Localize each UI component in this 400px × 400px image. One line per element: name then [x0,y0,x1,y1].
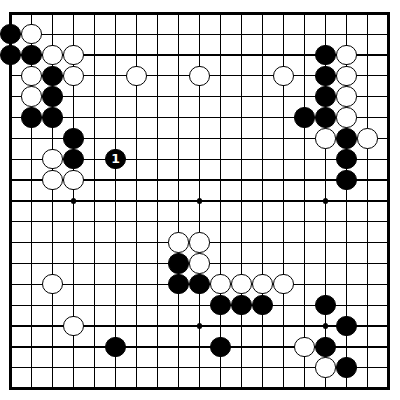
white-stone [273,274,293,294]
black-stone [210,295,230,315]
black-stone [336,316,356,336]
black-stone [315,45,335,65]
black-stone [21,107,41,127]
white-stone [189,232,209,252]
star-point [71,198,77,204]
board-intersections: 1 [0,3,399,399]
black-stone [168,253,188,273]
star-point [197,198,203,204]
black-stone [210,337,230,357]
white-stone [336,107,356,127]
black-stone [336,149,356,169]
black-stone [63,149,83,169]
white-stone [231,274,251,294]
white-stone [189,253,209,273]
white-stone [315,128,335,148]
white-stone [294,337,314,357]
go-diagram-page: 1 [0,0,400,400]
white-stone [21,66,41,86]
white-stone [63,45,83,65]
white-stone [168,232,188,252]
black-stone [315,66,335,86]
marked-stone-1: 1 [105,149,125,169]
white-stone [63,66,83,86]
white-stone [210,274,230,294]
black-stone [336,357,356,377]
black-stone [294,107,314,127]
black-stone [315,86,335,106]
black-stone [42,86,62,106]
star-point [197,323,203,329]
black-stone [315,295,335,315]
white-stone [42,274,62,294]
white-stone [126,66,146,86]
black-stone [105,337,125,357]
white-stone [315,357,335,377]
black-stone [336,128,356,148]
white-stone [42,45,62,65]
star-point [323,198,329,204]
move-number-label: 1 [111,152,120,165]
white-stone [336,66,356,86]
black-stone [252,295,272,315]
white-stone [21,86,41,106]
black-stone [336,170,356,190]
white-stone [252,274,272,294]
white-stone [336,86,356,106]
black-stone [168,274,188,294]
black-stone [42,66,62,86]
white-stone [189,66,209,86]
black-stone [0,24,20,44]
white-stone [42,170,62,190]
white-stone [63,170,83,190]
black-stone [315,107,335,127]
white-stone [21,24,41,44]
black-stone [189,274,209,294]
white-stone [357,128,377,148]
white-stone [63,316,83,336]
black-stone [21,45,41,65]
black-stone [315,337,335,357]
black-stone [63,128,83,148]
white-stone [336,45,356,65]
black-stone [42,107,62,127]
white-stone [42,149,62,169]
black-stone [231,295,251,315]
go-board: 1 [0,0,400,400]
black-stone [0,45,20,65]
white-stone [273,66,293,86]
star-point [323,323,329,329]
